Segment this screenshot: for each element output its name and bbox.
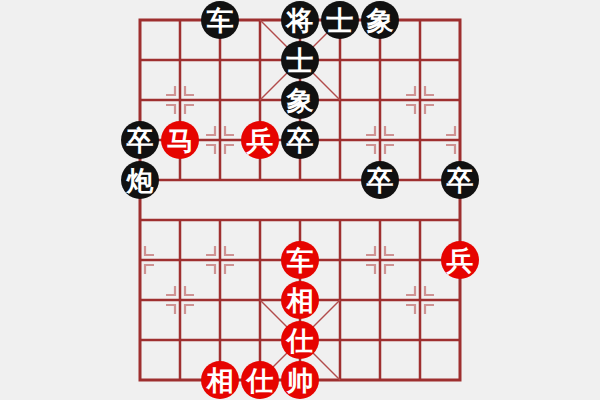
- piece-red-仕[interactable]: 仕: [241, 361, 279, 399]
- piece-black-士[interactable]: 士: [321, 1, 359, 39]
- pieces-grid: 车将士象士象卒马兵卒炮卒卒车兵相仕相仕帅: [120, 0, 480, 400]
- piece-red-兵[interactable]: 兵: [441, 241, 479, 279]
- piece-red-仕[interactable]: 仕: [281, 321, 319, 359]
- piece-black-卒[interactable]: 卒: [281, 121, 319, 159]
- piece-red-马[interactable]: 马: [161, 121, 199, 159]
- piece-red-车[interactable]: 车: [281, 241, 319, 279]
- app-canvas: { "game": { "name": "xiangqi", "descript…: [0, 0, 600, 400]
- piece-red-兵[interactable]: 兵: [241, 121, 279, 159]
- piece-black-卒[interactable]: 卒: [121, 121, 159, 159]
- piece-red-帅[interactable]: 帅: [281, 361, 319, 399]
- piece-red-相[interactable]: 相: [281, 281, 319, 319]
- piece-black-卒[interactable]: 卒: [361, 161, 399, 199]
- piece-black-士[interactable]: 士: [281, 41, 319, 79]
- piece-black-卒[interactable]: 卒: [441, 161, 479, 199]
- piece-red-相[interactable]: 相: [201, 361, 239, 399]
- piece-black-象[interactable]: 象: [361, 1, 399, 39]
- piece-black-象[interactable]: 象: [281, 81, 319, 119]
- piece-black-将[interactable]: 将: [281, 1, 319, 39]
- xiangqi-board: 车将士象士象卒马兵卒炮卒卒车兵相仕相仕帅: [0, 0, 600, 400]
- piece-black-炮[interactable]: 炮: [121, 161, 159, 199]
- piece-black-车[interactable]: 车: [201, 1, 239, 39]
